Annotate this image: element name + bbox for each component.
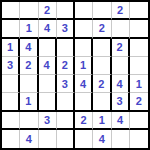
cell-r8c4[interactable] (57, 130, 75, 148)
cell-r2c7[interactable] (112, 20, 130, 38)
cell-r8c8[interactable] (130, 130, 148, 148)
given-digit-r4c2[interactable]: 2 (20, 57, 38, 75)
cell-r2c8[interactable] (130, 20, 148, 38)
given-digit-r3c7[interactable]: 2 (112, 39, 130, 57)
given-digit-r3c2[interactable]: 4 (20, 39, 38, 57)
given-digit-r5c7[interactable]: 4 (112, 75, 130, 93)
given-digit-r1c7[interactable]: 2 (112, 2, 130, 20)
cell-r1c4[interactable] (57, 2, 75, 20)
cell-r5c2[interactable] (20, 75, 38, 93)
cell-r6c1[interactable] (2, 93, 20, 111)
cell-r5c3[interactable] (39, 75, 57, 93)
cell-r1c8[interactable] (130, 2, 148, 20)
cell-r8c3[interactable] (39, 130, 57, 148)
given-digit-r2c6[interactable]: 2 (93, 20, 111, 38)
given-digit-r4c3[interactable]: 4 (39, 57, 57, 75)
cell-r6c6[interactable] (93, 93, 111, 111)
given-digit-r6c7[interactable]: 3 (112, 93, 130, 111)
cell-r3c6[interactable] (93, 39, 111, 57)
cell-r1c6[interactable] (93, 2, 111, 20)
cell-r7c1[interactable] (2, 112, 20, 130)
given-digit-r6c8[interactable]: 2 (130, 93, 148, 111)
given-digit-r2c2[interactable]: 1 (20, 20, 38, 38)
given-digit-r3c1[interactable]: 1 (2, 39, 20, 57)
cell-r2c5[interactable] (75, 20, 93, 38)
cell-r3c8[interactable] (130, 39, 148, 57)
given-digit-r2c3[interactable]: 4 (39, 20, 57, 38)
given-digit-r4c4[interactable]: 2 (57, 57, 75, 75)
cell-r2c1[interactable] (2, 20, 20, 38)
given-digit-r7c5[interactable]: 2 (75, 112, 93, 130)
given-digit-r5c5[interactable]: 4 (75, 75, 93, 93)
cell-r6c3[interactable] (39, 93, 57, 111)
cell-r5c1[interactable] (2, 75, 20, 93)
given-digit-r4c5[interactable]: 1 (75, 57, 93, 75)
cell-r4c6[interactable] (93, 57, 111, 75)
given-digit-r5c8[interactable]: 1 (130, 75, 148, 93)
given-digit-r2c4[interactable]: 3 (57, 20, 75, 38)
cell-r8c7[interactable] (112, 130, 130, 148)
sudoku-board: 2214321423242134241132321444 (0, 0, 150, 150)
cell-r3c3[interactable] (39, 39, 57, 57)
given-digit-r5c4[interactable]: 3 (57, 75, 75, 93)
cell-r7c2[interactable] (20, 112, 38, 130)
cell-r7c4[interactable] (57, 112, 75, 130)
given-digit-r1c3[interactable]: 2 (39, 2, 57, 20)
given-digit-r8c6[interactable]: 4 (93, 130, 111, 148)
cell-r6c5[interactable] (75, 93, 93, 111)
cell-r3c5[interactable] (75, 39, 93, 57)
cell-r1c1[interactable] (2, 2, 20, 20)
given-digit-r5c6[interactable]: 2 (93, 75, 111, 93)
cell-r8c5[interactable] (75, 130, 93, 148)
cell-r4c8[interactable] (130, 57, 148, 75)
cell-r3c4[interactable] (57, 39, 75, 57)
given-digit-r7c3[interactable]: 3 (39, 112, 57, 130)
given-digit-r6c2[interactable]: 1 (20, 93, 38, 111)
cell-r6c4[interactable] (57, 93, 75, 111)
given-digit-r7c7[interactable]: 4 (112, 112, 130, 130)
given-digit-r7c6[interactable]: 1 (93, 112, 111, 130)
given-digit-r4c1[interactable]: 3 (2, 57, 20, 75)
cell-r7c8[interactable] (130, 112, 148, 130)
cell-r8c1[interactable] (2, 130, 20, 148)
cell-r1c2[interactable] (20, 2, 38, 20)
cell-r1c5[interactable] (75, 2, 93, 20)
cell-r4c7[interactable] (112, 57, 130, 75)
given-digit-r8c2[interactable]: 4 (20, 130, 38, 148)
